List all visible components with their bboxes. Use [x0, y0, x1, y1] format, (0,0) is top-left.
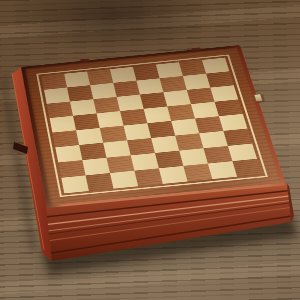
chess-box-lid [21, 45, 286, 208]
square-c1 [110, 171, 138, 189]
photo-scene [0, 0, 300, 300]
square-b1 [86, 173, 114, 191]
square-h1 [232, 159, 262, 177]
chess-board [41, 58, 262, 194]
square-a1 [61, 175, 89, 193]
